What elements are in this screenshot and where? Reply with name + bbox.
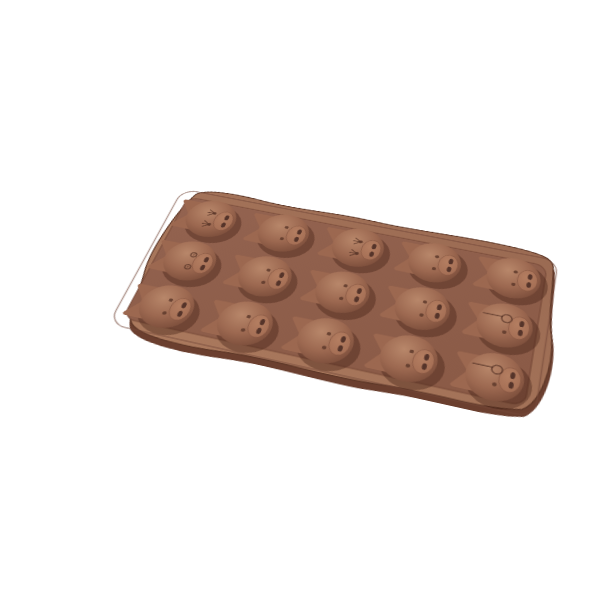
pig-chocolate-mold-photo bbox=[88, 179, 575, 438]
mold-perspective-wrap bbox=[88, 179, 575, 438]
photo-canvas bbox=[0, 0, 600, 600]
